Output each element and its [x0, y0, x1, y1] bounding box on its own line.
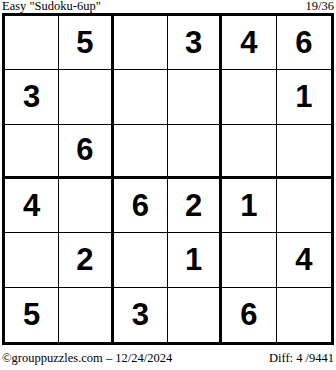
page-footer: ©grouppuzzles.com – 12/24/2024 Diff: 4 /…: [0, 351, 336, 365]
cell-r3c2[interactable]: 6: [59, 125, 113, 179]
cell-r5c6[interactable]: 4: [277, 233, 331, 287]
cell-r1c2[interactable]: 5: [59, 16, 113, 70]
cell-r2c5[interactable]: [222, 70, 276, 124]
cell-r3c3[interactable]: [114, 125, 168, 179]
cell-r1c5[interactable]: 4: [222, 16, 276, 70]
cell-r1c4[interactable]: 3: [168, 16, 222, 70]
sudoku-grid: 53463164621214536: [2, 13, 334, 345]
puzzle-title: Easy "Sudoku-6up": [2, 0, 101, 13]
given-digit: 2: [76, 242, 93, 278]
cell-r4c5[interactable]: 1: [222, 179, 276, 233]
cell-r2c6[interactable]: 1: [277, 70, 331, 124]
cell-r6c4[interactable]: [168, 288, 222, 342]
cell-r3c4[interactable]: [168, 125, 222, 179]
cell-r4c4[interactable]: 2: [168, 179, 222, 233]
cell-r6c3[interactable]: 3: [114, 288, 168, 342]
cell-r1c6[interactable]: 6: [277, 16, 331, 70]
cell-r2c1[interactable]: 3: [5, 70, 59, 124]
cell-r4c2[interactable]: [59, 179, 113, 233]
given-digit: 6: [295, 25, 312, 61]
given-digit: 1: [185, 242, 202, 278]
cell-r4c6[interactable]: [277, 179, 331, 233]
cell-r5c3[interactable]: [114, 233, 168, 287]
given-digit: 2: [185, 188, 202, 224]
given-digit: 1: [240, 188, 257, 224]
cell-r3c6[interactable]: [277, 125, 331, 179]
cell-r2c2[interactable]: [59, 70, 113, 124]
cell-r2c4[interactable]: [168, 70, 222, 124]
cell-r6c6[interactable]: [277, 288, 331, 342]
given-digit: 1: [295, 79, 312, 115]
given-digit: 6: [76, 132, 93, 168]
puzzle-counter: 19/36: [306, 0, 334, 13]
copyright-text: ©grouppuzzles.com – 12/24/2024: [2, 351, 172, 365]
cell-r5c2[interactable]: 2: [59, 233, 113, 287]
given-digit: 6: [132, 188, 149, 224]
cell-r2c3[interactable]: [114, 70, 168, 124]
cell-r4c1[interactable]: 4: [5, 179, 59, 233]
given-digit: 5: [23, 297, 40, 333]
cell-r5c4[interactable]: 1: [168, 233, 222, 287]
cell-r5c1[interactable]: [5, 233, 59, 287]
given-digit: 3: [132, 297, 149, 333]
given-digit: 5: [76, 25, 93, 61]
given-digit: 4: [23, 188, 40, 224]
cell-r3c5[interactable]: [222, 125, 276, 179]
given-digit: 6: [240, 297, 257, 333]
given-digit: 4: [240, 25, 257, 61]
given-digit: 4: [295, 242, 312, 278]
cell-r6c1[interactable]: 5: [5, 288, 59, 342]
difficulty-text: Diff: 4 /9441: [269, 351, 334, 365]
cell-r3c1[interactable]: [5, 125, 59, 179]
cell-r4c3[interactable]: 6: [114, 179, 168, 233]
page-header: Easy "Sudoku-6up" 19/36: [0, 0, 336, 13]
cell-r1c3[interactable]: [114, 16, 168, 70]
cell-r6c2[interactable]: [59, 288, 113, 342]
given-digit: 3: [23, 79, 40, 115]
cell-r5c5[interactable]: [222, 233, 276, 287]
cell-r6c5[interactable]: 6: [222, 288, 276, 342]
given-digit: 3: [185, 25, 202, 61]
cell-r1c1[interactable]: [5, 16, 59, 70]
